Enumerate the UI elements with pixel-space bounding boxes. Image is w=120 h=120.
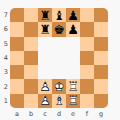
square-a5[interactable] [10, 37, 24, 51]
rank-label-3: 3 [0, 65, 9, 79]
file-label-g: g [94, 108, 108, 119]
piece-white-rook-e1[interactable]: ♖︎ [66, 94, 80, 108]
square-g7[interactable] [94, 8, 108, 22]
square-f3[interactable] [80, 65, 94, 79]
piece-white-king-d2[interactable]: ♔︎ [52, 79, 66, 93]
piece-white-rook-e2[interactable]: ♖︎ [66, 79, 80, 93]
square-d6[interactable]: ♚︎ [52, 22, 66, 36]
square-d7[interactable]: ♝︎ [52, 8, 66, 22]
square-a1[interactable] [10, 94, 24, 108]
square-c7[interactable]: ♜︎ [38, 8, 52, 22]
rank-label-1: 1 [0, 94, 9, 108]
file-label-e: e [66, 108, 80, 119]
piece-white-bishop-fill-d1: ♝︎ [52, 94, 66, 108]
square-a7[interactable] [10, 8, 24, 22]
square-e1[interactable]: ♜︎♖︎ [66, 94, 80, 108]
piece-white-pawn-c1[interactable]: ♙︎ [38, 94, 52, 108]
square-c4[interactable] [38, 51, 52, 65]
square-a3[interactable] [10, 65, 24, 79]
square-e5[interactable] [66, 37, 80, 51]
piece-black-bishop-d7[interactable]: ♝︎ [52, 8, 66, 22]
square-d5[interactable] [52, 37, 66, 51]
square-b6[interactable] [24, 22, 38, 36]
file-label-f: f [80, 108, 94, 119]
square-f2[interactable] [80, 79, 94, 93]
square-b3[interactable] [24, 65, 38, 79]
square-b2[interactable] [24, 79, 38, 93]
piece-white-bishop-d1[interactable]: ♗︎ [52, 94, 66, 108]
piece-white-pawn-fill-c1: ♟︎ [38, 94, 52, 108]
square-f7[interactable] [80, 8, 94, 22]
file-label-d: d [52, 108, 66, 119]
square-c3[interactable] [38, 65, 52, 79]
square-c1[interactable]: ♟︎♙︎ [38, 94, 52, 108]
piece-white-rook-fill-e1: ♜︎ [66, 94, 80, 108]
square-c5[interactable] [38, 37, 52, 51]
square-c6[interactable]: ♜︎ [38, 22, 52, 36]
rank-label-4: 4 [0, 51, 9, 65]
square-g1[interactable] [94, 94, 108, 108]
square-a2[interactable] [10, 79, 24, 93]
square-d1[interactable]: ♝︎♗︎ [52, 94, 66, 108]
square-g3[interactable] [94, 65, 108, 79]
rank-label-7: 7 [0, 8, 9, 22]
rank-label-6: 6 [0, 22, 9, 36]
file-label-c: c [38, 108, 52, 119]
square-a6[interactable] [10, 22, 24, 36]
file-labels: abcdefg [10, 108, 108, 119]
square-b1[interactable] [24, 94, 38, 108]
square-d3[interactable] [52, 65, 66, 79]
square-b7[interactable] [24, 8, 38, 22]
square-d2[interactable]: ♚︎♔︎ [52, 79, 66, 93]
square-e2[interactable]: ♜︎♖︎ [66, 79, 80, 93]
file-label-b: b [24, 108, 38, 119]
rank-label-2: 2 [0, 79, 9, 93]
piece-white-pawn-c2[interactable]: ♙︎ [38, 79, 52, 93]
square-e7[interactable]: ♟︎ [66, 8, 80, 22]
piece-black-rook-c7[interactable]: ♜︎ [38, 8, 52, 22]
piece-white-pawn-fill-c2: ♟︎ [38, 79, 52, 93]
square-f6[interactable] [80, 22, 94, 36]
square-f5[interactable] [80, 37, 94, 51]
piece-black-rook-c6[interactable]: ♜︎ [38, 22, 52, 36]
square-f4[interactable] [80, 51, 94, 65]
rank-labels: 7654321 [0, 8, 9, 108]
square-f1[interactable] [80, 94, 94, 108]
piece-white-king-fill-d2: ♚︎ [52, 79, 66, 93]
square-b5[interactable] [24, 37, 38, 51]
square-e3[interactable] [66, 65, 80, 79]
rank-label-5: 5 [0, 37, 9, 51]
square-g5[interactable] [94, 37, 108, 51]
chess-board[interactable]: ♜︎♝︎♟︎♜︎♚︎♟︎♟︎♙︎♚︎♔︎♜︎♖︎♟︎♙︎♝︎♗︎♜︎♖︎ [10, 8, 108, 108]
piece-black-king-d6[interactable]: ♚︎ [52, 22, 66, 36]
square-g2[interactable] [94, 79, 108, 93]
square-e4[interactable] [66, 51, 80, 65]
square-e6[interactable]: ♟︎ [66, 22, 80, 36]
piece-white-rook-fill-e2: ♜︎ [66, 79, 80, 93]
square-b4[interactable] [24, 51, 38, 65]
file-label-a: a [10, 108, 24, 119]
piece-black-pawn-e6[interactable]: ♟︎ [66, 22, 80, 36]
chess-diagram: 7654321 ♜︎♝︎♟︎♜︎♚︎♟︎♟︎♙︎♚︎♔︎♜︎♖︎♟︎♙︎♝︎♗︎… [0, 0, 120, 120]
piece-black-pawn-e7[interactable]: ♟︎ [66, 8, 80, 22]
square-g4[interactable] [94, 51, 108, 65]
square-a4[interactable] [10, 51, 24, 65]
square-g6[interactable] [94, 22, 108, 36]
square-c2[interactable]: ♟︎♙︎ [38, 79, 52, 93]
square-d4[interactable] [52, 51, 66, 65]
